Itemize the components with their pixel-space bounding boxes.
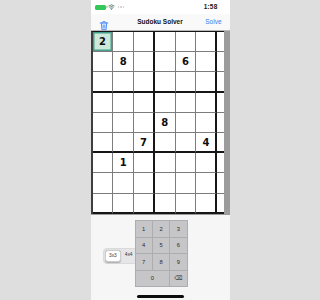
cell-r1c4[interactable] (155, 32, 176, 52)
cell-r2c2[interactable]: 8 (113, 52, 134, 72)
cell-r5c2[interactable] (113, 113, 134, 133)
cell-r5c6[interactable] (196, 113, 217, 133)
key-9[interactable]: 9 (170, 254, 186, 270)
grid-size-picker: 3x3 4x4 (103, 248, 138, 264)
board-clip: 2868741 (91, 31, 224, 215)
home-indicator[interactable] (137, 295, 184, 298)
app-screen: 1:58 Sudoku Solver Solve 2868741 3x3 4x4… (91, 0, 230, 300)
status-bar: 1:58 (91, 0, 230, 14)
key-3[interactable]: 3 (170, 221, 186, 237)
cell-r9c2[interactable] (113, 194, 134, 214)
cell-r5c5[interactable] (176, 113, 197, 133)
cell-r6c4[interactable] (155, 133, 176, 153)
cell-r8c1[interactable] (93, 173, 114, 193)
cell-r7c3[interactable] (134, 153, 155, 173)
cell-r3c2[interactable] (113, 72, 134, 92)
cell-r4c5[interactable] (176, 93, 197, 113)
carrier-indicator (118, 6, 125, 8)
cell-r9c7[interactable] (217, 194, 223, 214)
solve-button[interactable]: Solve (205, 18, 221, 25)
key-6[interactable]: 6 (170, 238, 186, 254)
cell-r5c4[interactable]: 8 (155, 113, 176, 133)
size-option-3x3[interactable]: 3x3 (105, 250, 122, 262)
cell-r7c2[interactable]: 1 (113, 153, 134, 173)
number-keypad: 1 2 3 4 5 6 7 8 9 0 ⌫ (135, 220, 188, 287)
cell-r2c7[interactable] (217, 52, 223, 72)
cell-r4c3[interactable] (134, 93, 155, 113)
cell-r6c7[interactable] (217, 133, 223, 153)
cell-r9c5[interactable] (176, 194, 197, 214)
cell-r7c4[interactable] (155, 153, 176, 173)
cell-r4c2[interactable] (113, 93, 134, 113)
cell-r9c4[interactable] (155, 194, 176, 214)
cell-r7c1[interactable] (93, 153, 114, 173)
key-1[interactable]: 1 (136, 221, 152, 237)
status-time: 1:58 (204, 3, 218, 10)
cell-r6c5[interactable] (176, 133, 197, 153)
key-4[interactable]: 4 (136, 238, 152, 254)
lower-panel: 3x3 4x4 1 2 3 4 5 6 7 8 9 0 ⌫ (91, 215, 230, 300)
key-8[interactable]: 8 (153, 254, 169, 270)
cell-r6c3[interactable]: 7 (134, 133, 155, 153)
key-0[interactable]: 0 (136, 271, 170, 287)
cell-r5c1[interactable] (93, 113, 114, 133)
cell-r1c7[interactable] (217, 32, 223, 52)
wifi-icon (108, 4, 115, 10)
cell-r4c6[interactable] (196, 93, 217, 113)
cell-r2c1[interactable] (93, 52, 114, 72)
cell-r3c4[interactable] (155, 72, 176, 92)
sudoku-board: 2868741 (91, 31, 224, 214)
cell-r2c5[interactable]: 6 (176, 52, 197, 72)
key-5[interactable]: 5 (153, 238, 169, 254)
cell-r9c6[interactable] (196, 194, 217, 214)
cell-r8c5[interactable] (176, 173, 197, 193)
status-icons (95, 4, 125, 10)
cell-r4c4[interactable] (155, 93, 176, 113)
key-7[interactable]: 7 (136, 254, 152, 270)
cell-r5c3[interactable] (134, 113, 155, 133)
cell-r3c1[interactable] (93, 72, 114, 92)
cell-r6c2[interactable] (113, 133, 134, 153)
cell-r2c4[interactable] (155, 52, 176, 72)
cell-r1c3[interactable] (134, 32, 155, 52)
cell-r8c3[interactable] (134, 173, 155, 193)
cell-r4c7[interactable] (217, 93, 223, 113)
cell-r7c6[interactable] (196, 153, 217, 173)
cell-r3c6[interactable] (196, 72, 217, 92)
cell-r4c1[interactable] (93, 93, 114, 113)
cell-r3c3[interactable] (134, 72, 155, 92)
cell-r1c1[interactable]: 2 (93, 32, 114, 52)
key-2[interactable]: 2 (153, 221, 169, 237)
cell-r2c6[interactable] (196, 52, 217, 72)
cell-r6c1[interactable] (93, 133, 114, 153)
cell-r1c6[interactable] (196, 32, 217, 52)
cell-r3c7[interactable] (217, 72, 223, 92)
cell-r1c2[interactable] (113, 32, 134, 52)
key-delete[interactable]: ⌫ (170, 271, 186, 287)
cell-r1c5[interactable] (176, 32, 197, 52)
cell-r7c7[interactable] (217, 153, 223, 173)
cell-r6c6[interactable]: 4 (196, 133, 217, 153)
cell-r8c6[interactable] (196, 173, 217, 193)
cell-r8c4[interactable] (155, 173, 176, 193)
cell-r5c7[interactable] (217, 113, 223, 133)
cell-r9c3[interactable] (134, 194, 155, 214)
cell-r2c3[interactable] (134, 52, 155, 72)
cell-r7c5[interactable] (176, 153, 197, 173)
board-area: 2868741 (91, 31, 230, 215)
nav-bar: Sudoku Solver Solve (91, 14, 230, 31)
battery-icon (95, 5, 106, 10)
cell-r8c7[interactable] (217, 173, 223, 193)
cell-r3c5[interactable] (176, 72, 197, 92)
cell-r8c2[interactable] (113, 173, 134, 193)
cell-r9c1[interactable] (93, 194, 114, 214)
